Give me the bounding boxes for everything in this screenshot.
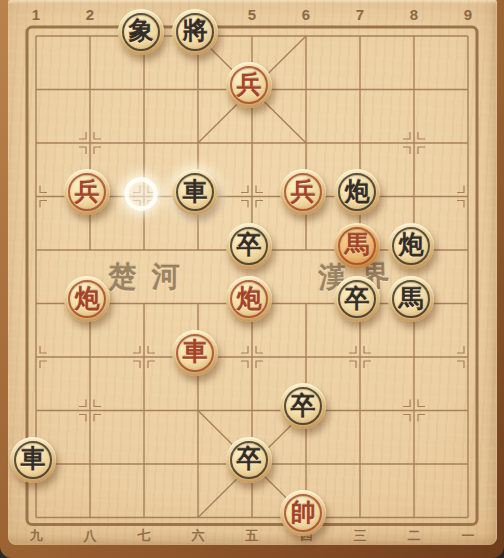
piece-red-general[interactable]: 帥 (280, 490, 326, 536)
piece-glyph: 馬 (345, 232, 370, 257)
piece-glyph: 車 (183, 179, 208, 204)
piece-glyph: 兵 (237, 72, 262, 97)
piece-black-general[interactable]: 將 (172, 9, 218, 55)
piece-black-chariot[interactable]: 車 (10, 437, 56, 483)
piece-glyph: 卒 (237, 446, 262, 471)
piece-glyph: 卒 (291, 393, 316, 418)
piece-glyph: 炮 (75, 286, 100, 311)
piece-red-cannon[interactable]: 炮 (226, 276, 272, 322)
piece-black-soldier[interactable]: 卒 (226, 437, 272, 483)
piece-black-chariot[interactable]: 車 (172, 169, 218, 215)
piece-red-horse[interactable]: 馬 (334, 223, 380, 269)
piece-black-soldier[interactable]: 卒 (226, 223, 272, 269)
piece-glyph: 炮 (237, 286, 262, 311)
last-move-indicator (124, 177, 158, 211)
piece-black-elephant[interactable]: 象 (118, 9, 164, 55)
piece-glyph: 將 (183, 18, 208, 43)
piece-glyph: 炮 (399, 232, 424, 257)
piece-glyph: 炮 (345, 179, 370, 204)
piece-glyph: 卒 (345, 286, 370, 311)
piece-black-soldier[interactable]: 卒 (280, 383, 326, 429)
piece-black-horse[interactable]: 馬 (388, 276, 434, 322)
piece-red-soldier[interactable]: 兵 (280, 169, 326, 215)
piece-glyph: 車 (21, 446, 46, 471)
piece-glyph: 兵 (75, 179, 100, 204)
xiangqi-board: 123456789 九八七六五四三二一 楚河 漢界 象將兵兵車兵炮卒馬炮炮炮卒馬… (0, 0, 504, 558)
piece-glyph: 馬 (399, 286, 424, 311)
piece-red-soldier[interactable]: 兵 (64, 169, 110, 215)
piece-black-cannon[interactable]: 炮 (334, 169, 380, 215)
piece-red-cannon[interactable]: 炮 (64, 276, 110, 322)
piece-black-cannon[interactable]: 炮 (388, 223, 434, 269)
piece-black-soldier[interactable]: 卒 (334, 276, 380, 322)
piece-glyph: 象 (129, 18, 154, 43)
piece-glyph: 車 (183, 339, 208, 364)
board-grid[interactable]: 象將兵兵車兵炮卒馬炮炮炮卒馬車卒車卒帥 (9, 9, 495, 544)
piece-red-chariot[interactable]: 車 (172, 330, 218, 376)
piece-glyph: 卒 (237, 232, 262, 257)
piece-glyph: 兵 (291, 179, 316, 204)
piece-glyph: 帥 (291, 500, 316, 525)
piece-red-soldier[interactable]: 兵 (226, 62, 272, 108)
